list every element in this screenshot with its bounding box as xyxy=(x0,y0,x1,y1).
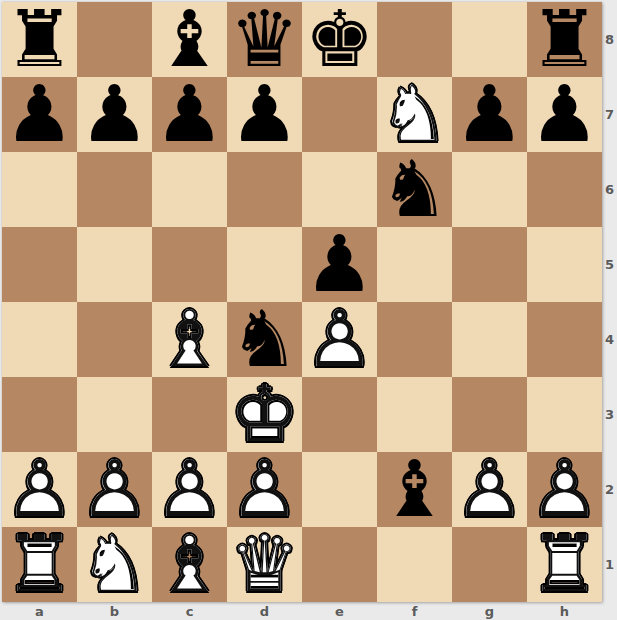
piece-black-pawn-icon[interactable]: ♟ xyxy=(2,77,77,152)
square-b5[interactable] xyxy=(77,227,152,302)
square-a7[interactable]: ♟ xyxy=(2,77,77,152)
piece-white-pawn-icon[interactable]: ♟♙ xyxy=(2,452,77,527)
piece-white-pawn-icon[interactable]: ♟♙ xyxy=(77,452,152,527)
square-e8[interactable]: ♚ xyxy=(302,2,377,77)
rank-label-2: 2 xyxy=(602,452,617,527)
square-a8[interactable]: ♜ xyxy=(2,2,77,77)
chessboard-app: ♜♝♛♚♜♟♟♟♟♞♘♟♟♞♟♝♗♞♟♙♚♔♟♙♟♙♟♙♟♙♝♟♙♟♙♜♖♞♘♝… xyxy=(0,0,617,620)
piece-outline: ♙ xyxy=(77,452,152,527)
piece-outline: ♔ xyxy=(227,377,302,452)
piece-black-bishop-icon[interactable]: ♝ xyxy=(152,2,227,77)
piece-outline: ♕ xyxy=(227,527,302,602)
rank-label-3: 3 xyxy=(602,377,617,452)
square-d3[interactable]: ♚♔ xyxy=(227,377,302,452)
square-h6[interactable] xyxy=(527,152,602,227)
file-coordinates: abcdefgh xyxy=(2,602,602,620)
piece-outline: ♘ xyxy=(377,77,452,152)
piece-white-rook-icon[interactable]: ♜♖ xyxy=(2,527,77,602)
square-b8[interactable] xyxy=(77,2,152,77)
piece-black-queen-icon[interactable]: ♛ xyxy=(227,2,302,77)
square-b6[interactable] xyxy=(77,152,152,227)
square-a4[interactable] xyxy=(2,302,77,377)
file-label-b: b xyxy=(77,602,152,620)
square-e4[interactable]: ♟♙ xyxy=(302,302,377,377)
square-f3[interactable] xyxy=(377,377,452,452)
square-f6[interactable]: ♞ xyxy=(377,152,452,227)
piece-black-rook-icon[interactable]: ♜ xyxy=(527,2,602,77)
piece-white-pawn-icon[interactable]: ♟♙ xyxy=(452,452,527,527)
rank-label-4: 4 xyxy=(602,302,617,377)
square-f4[interactable] xyxy=(377,302,452,377)
piece-outline: ♗ xyxy=(152,527,227,602)
file-label-g: g xyxy=(452,602,527,620)
square-f2[interactable]: ♝ xyxy=(377,452,452,527)
square-a3[interactable] xyxy=(2,377,77,452)
square-c7[interactable]: ♟ xyxy=(152,77,227,152)
square-g6[interactable] xyxy=(452,152,527,227)
piece-white-pawn-icon[interactable]: ♟♙ xyxy=(302,302,377,377)
square-f5[interactable] xyxy=(377,227,452,302)
square-d2[interactable]: ♟♙ xyxy=(227,452,302,527)
square-e3[interactable] xyxy=(302,377,377,452)
piece-black-rook-icon[interactable]: ♜ xyxy=(2,2,77,77)
piece-white-bishop-icon[interactable]: ♝♗ xyxy=(152,527,227,602)
piece-black-bishop-icon[interactable]: ♝ xyxy=(377,452,452,527)
file-label-a: a xyxy=(2,602,77,620)
square-g2[interactable]: ♟♙ xyxy=(452,452,527,527)
square-a5[interactable] xyxy=(2,227,77,302)
piece-black-pawn-icon[interactable]: ♟ xyxy=(527,77,602,152)
file-label-h: h xyxy=(527,602,602,620)
piece-white-bishop-icon[interactable]: ♝♗ xyxy=(152,302,227,377)
piece-outline: ♙ xyxy=(527,452,602,527)
piece-white-rook-icon[interactable]: ♜♖ xyxy=(527,527,602,602)
square-f8[interactable] xyxy=(377,2,452,77)
square-a1[interactable]: ♜♖ xyxy=(2,527,77,602)
square-d5[interactable] xyxy=(227,227,302,302)
square-f7[interactable]: ♞♘ xyxy=(377,77,452,152)
square-b3[interactable] xyxy=(77,377,152,452)
square-g5[interactable] xyxy=(452,227,527,302)
piece-outline: ♖ xyxy=(2,527,77,602)
square-c8[interactable]: ♝ xyxy=(152,2,227,77)
piece-outline: ♙ xyxy=(2,452,77,527)
square-b1[interactable]: ♞♘ xyxy=(77,527,152,602)
rank-label-7: 7 xyxy=(602,77,617,152)
square-e7[interactable] xyxy=(302,77,377,152)
square-a6[interactable] xyxy=(2,152,77,227)
piece-black-king-icon[interactable]: ♚ xyxy=(302,2,377,77)
square-c2[interactable]: ♟♙ xyxy=(152,452,227,527)
square-c1[interactable]: ♝♗ xyxy=(152,527,227,602)
square-b2[interactable]: ♟♙ xyxy=(77,452,152,527)
square-f1[interactable] xyxy=(377,527,452,602)
file-label-f: f xyxy=(377,602,452,620)
piece-black-pawn-icon[interactable]: ♟ xyxy=(77,77,152,152)
square-c6[interactable] xyxy=(152,152,227,227)
square-d4[interactable]: ♞ xyxy=(227,302,302,377)
square-d7[interactable]: ♟ xyxy=(227,77,302,152)
piece-outline: ♙ xyxy=(152,452,227,527)
square-c3[interactable] xyxy=(152,377,227,452)
piece-white-king-icon[interactable]: ♚♔ xyxy=(227,377,302,452)
piece-black-pawn-icon[interactable]: ♟ xyxy=(227,77,302,152)
square-a2[interactable]: ♟♙ xyxy=(2,452,77,527)
square-h3[interactable] xyxy=(527,377,602,452)
piece-black-pawn-icon[interactable]: ♟ xyxy=(302,227,377,302)
piece-black-knight-icon[interactable]: ♞ xyxy=(377,152,452,227)
square-e2[interactable] xyxy=(302,452,377,527)
rank-label-5: 5 xyxy=(602,227,617,302)
square-g8[interactable] xyxy=(452,2,527,77)
square-h4[interactable] xyxy=(527,302,602,377)
rank-coordinates: 87654321 xyxy=(602,2,617,602)
rank-label-6: 6 xyxy=(602,152,617,227)
file-label-e: e xyxy=(302,602,377,620)
square-h7[interactable]: ♟ xyxy=(527,77,602,152)
file-label-d: d xyxy=(227,602,302,620)
square-h2[interactable]: ♟♙ xyxy=(527,452,602,527)
square-b7[interactable]: ♟ xyxy=(77,77,152,152)
square-d1[interactable]: ♛♕ xyxy=(227,527,302,602)
square-g1[interactable] xyxy=(452,527,527,602)
square-g4[interactable] xyxy=(452,302,527,377)
piece-outline: ♙ xyxy=(452,452,527,527)
square-h1[interactable]: ♜♖ xyxy=(527,527,602,602)
piece-black-pawn-icon[interactable]: ♟ xyxy=(152,77,227,152)
piece-outline: ♙ xyxy=(227,452,302,527)
piece-black-knight-icon[interactable]: ♞ xyxy=(227,302,302,377)
piece-white-knight-icon[interactable]: ♞♘ xyxy=(77,527,152,602)
square-d8[interactable]: ♛ xyxy=(227,2,302,77)
square-g7[interactable]: ♟ xyxy=(452,77,527,152)
square-g3[interactable] xyxy=(452,377,527,452)
file-label-c: c xyxy=(152,602,227,620)
piece-white-pawn-icon[interactable]: ♟♙ xyxy=(227,452,302,527)
rank-label-8: 8 xyxy=(602,2,617,77)
square-e6[interactable] xyxy=(302,152,377,227)
piece-white-pawn-icon[interactable]: ♟♙ xyxy=(152,452,227,527)
piece-outline: ♗ xyxy=(152,302,227,377)
piece-outline: ♙ xyxy=(302,302,377,377)
square-h5[interactable] xyxy=(527,227,602,302)
square-c4[interactable]: ♝♗ xyxy=(152,302,227,377)
piece-white-queen-icon[interactable]: ♛♕ xyxy=(227,527,302,602)
square-c5[interactable] xyxy=(152,227,227,302)
piece-outline: ♘ xyxy=(77,527,152,602)
piece-black-pawn-icon[interactable]: ♟ xyxy=(452,77,527,152)
rank-label-1: 1 xyxy=(602,527,617,602)
square-d6[interactable] xyxy=(227,152,302,227)
square-e5[interactable]: ♟ xyxy=(302,227,377,302)
piece-white-pawn-icon[interactable]: ♟♙ xyxy=(527,452,602,527)
square-h8[interactable]: ♜ xyxy=(527,2,602,77)
square-b4[interactable] xyxy=(77,302,152,377)
piece-white-knight-icon[interactable]: ♞♘ xyxy=(377,77,452,152)
piece-outline: ♖ xyxy=(527,527,602,602)
chess-board: ♜♝♛♚♜♟♟♟♟♞♘♟♟♞♟♝♗♞♟♙♚♔♟♙♟♙♟♙♟♙♝♟♙♟♙♜♖♞♘♝… xyxy=(2,2,602,602)
square-e1[interactable] xyxy=(302,527,377,602)
